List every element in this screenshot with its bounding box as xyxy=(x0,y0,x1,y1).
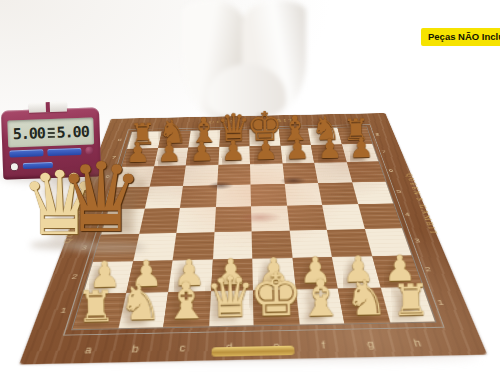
file-label-a: a xyxy=(63,344,113,357)
black-pawn[interactable]: ♟ xyxy=(189,138,214,166)
file-label-b: b xyxy=(111,343,160,356)
square-f6[interactable] xyxy=(282,163,318,184)
square-d6[interactable] xyxy=(217,164,251,185)
clock-time-left: 5.00 xyxy=(12,124,45,143)
clock-rocker-lever[interactable] xyxy=(29,101,67,112)
square-e4[interactable] xyxy=(251,206,289,231)
white-queen[interactable]: ♛ xyxy=(205,269,256,326)
square-c7[interactable]: ♟ xyxy=(186,147,219,166)
square-e6[interactable] xyxy=(250,164,284,185)
black-pawn[interactable]: ♟ xyxy=(221,137,246,165)
square-h1[interactable]: ♜ xyxy=(380,286,435,322)
file-label-h: h xyxy=(392,337,443,349)
square-b4[interactable] xyxy=(139,208,180,234)
file-label-c: c xyxy=(158,342,206,355)
square-f5[interactable] xyxy=(284,183,322,206)
square-g7[interactable]: ♟ xyxy=(311,144,347,163)
white-bishop[interactable]: ♝ xyxy=(162,275,209,327)
square-c5[interactable] xyxy=(180,185,217,208)
square-f4[interactable] xyxy=(287,205,327,230)
white-rook[interactable]: ♜ xyxy=(391,278,431,322)
square-d4[interactable] xyxy=(214,206,252,231)
file-label-g: g xyxy=(346,338,396,350)
square-e5[interactable] xyxy=(250,184,286,207)
square-h6[interactable] xyxy=(346,162,385,183)
square-b6[interactable] xyxy=(149,166,186,187)
pieces-not-included-badge: Peças NÃO Inclusas xyxy=(421,28,500,46)
square-d1[interactable]: ♛ xyxy=(208,290,253,326)
black-pawn[interactable]: ♟ xyxy=(253,136,278,164)
square-g6[interactable] xyxy=(314,162,351,183)
square-h7[interactable]: ♟ xyxy=(341,144,378,163)
white-knight[interactable]: ♞ xyxy=(118,278,162,327)
black-pawn[interactable]: ♟ xyxy=(285,136,310,164)
square-h5[interactable] xyxy=(352,181,394,204)
black-pawn[interactable]: ♟ xyxy=(317,135,342,163)
file-label-f: f xyxy=(299,339,348,351)
white-bishop[interactable]: ♝ xyxy=(298,272,345,324)
square-b5[interactable] xyxy=(144,186,183,209)
square-b1[interactable]: ♞ xyxy=(118,292,168,329)
brand-plaque xyxy=(211,346,294,357)
square-h4[interactable] xyxy=(358,203,402,228)
square-e7[interactable]: ♟ xyxy=(250,145,283,164)
square-d7[interactable]: ♟ xyxy=(218,146,250,165)
square-c1[interactable]: ♝ xyxy=(163,291,210,327)
square-c4[interactable] xyxy=(176,207,215,233)
move-indicator-icon xyxy=(47,127,54,137)
white-rook[interactable]: ♜ xyxy=(76,284,116,328)
square-g1[interactable]: ♞ xyxy=(338,287,390,323)
black-pawn[interactable]: ♟ xyxy=(157,139,182,167)
white-knight[interactable]: ♞ xyxy=(344,274,388,323)
black-pawn[interactable]: ♟ xyxy=(349,134,374,162)
square-b7[interactable]: ♟ xyxy=(154,147,189,166)
clock-time-right: 5.00 xyxy=(56,122,89,141)
extra-queen-brown[interactable]: ♛ xyxy=(58,150,144,246)
square-e1[interactable]: ♚ xyxy=(253,289,299,325)
square-c6[interactable] xyxy=(183,165,218,186)
square-f1[interactable]: ♝ xyxy=(295,288,344,324)
square-f7[interactable]: ♟ xyxy=(280,145,314,164)
white-king[interactable]: ♚ xyxy=(248,264,303,325)
square-d5[interactable] xyxy=(215,184,251,207)
clock-logo-icon xyxy=(10,162,19,171)
